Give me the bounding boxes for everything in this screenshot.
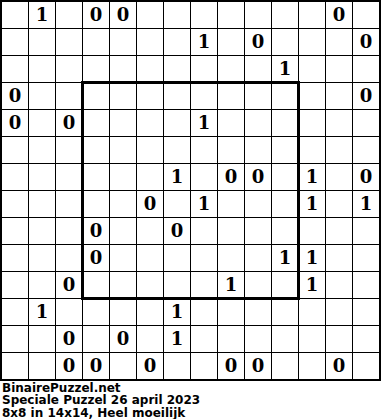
cell-r4c9[interactable] bbox=[218, 83, 244, 109]
cell-r14c11[interactable] bbox=[272, 353, 298, 379]
cell-r7c8[interactable] bbox=[191, 164, 217, 190]
cell-r7c11[interactable] bbox=[272, 164, 298, 190]
cell-r14c12[interactable] bbox=[299, 353, 325, 379]
cell-r4c13[interactable] bbox=[326, 83, 352, 109]
cell-r5c3: 0 bbox=[56, 110, 82, 136]
cell-r6c4[interactable] bbox=[83, 137, 109, 163]
cell-r6c7[interactable] bbox=[164, 137, 190, 163]
cell-r7c13[interactable] bbox=[326, 164, 352, 190]
cell-r2c9[interactable] bbox=[218, 29, 244, 55]
cell-r13c6[interactable] bbox=[137, 326, 163, 352]
cell-r5c12[interactable] bbox=[299, 110, 325, 136]
cell-r7c9: 0 bbox=[218, 164, 244, 190]
cell-r6c13[interactable] bbox=[326, 137, 352, 163]
cell-r4c12[interactable] bbox=[299, 83, 325, 109]
cell-r1c12[interactable] bbox=[299, 2, 325, 28]
cell-r9c1[interactable] bbox=[2, 218, 28, 244]
cell-r13c2[interactable] bbox=[29, 326, 55, 352]
cell-r13c7: 1 bbox=[164, 326, 190, 352]
cell-r8c7[interactable] bbox=[164, 191, 190, 217]
cell-r13c8[interactable] bbox=[191, 326, 217, 352]
cell-r6c2[interactable] bbox=[29, 137, 55, 163]
cell-r1c6[interactable] bbox=[137, 2, 163, 28]
cell-r1c11[interactable] bbox=[272, 2, 298, 28]
cell-r10c2[interactable] bbox=[29, 245, 55, 271]
cell-r13c14[interactable] bbox=[353, 326, 379, 352]
cell-r11c13[interactable] bbox=[326, 272, 352, 298]
cell-r5c6[interactable] bbox=[137, 110, 163, 136]
cell-r10c4: 0 bbox=[83, 245, 109, 271]
cell-r11c8[interactable] bbox=[191, 272, 217, 298]
cell-r2c2[interactable] bbox=[29, 29, 55, 55]
cell-r1c8[interactable] bbox=[191, 2, 217, 28]
cell-r7c7: 1 bbox=[164, 164, 190, 190]
cell-r10c6[interactable] bbox=[137, 245, 163, 271]
cell-r1c1[interactable] bbox=[2, 2, 28, 28]
cell-r1c5: 0 bbox=[110, 2, 136, 28]
cell-r1c7[interactable] bbox=[164, 2, 190, 28]
cell-r8c4[interactable] bbox=[83, 191, 109, 217]
cell-r5c9[interactable] bbox=[218, 110, 244, 136]
cell-r6c12[interactable] bbox=[299, 137, 325, 163]
cell-r4c2[interactable] bbox=[29, 83, 55, 109]
cell-r10c3[interactable] bbox=[56, 245, 82, 271]
cell-r3c6[interactable] bbox=[137, 56, 163, 82]
cell-r11c12: 1 bbox=[299, 272, 325, 298]
cell-r8c6: 0 bbox=[137, 191, 163, 217]
cell-r2c6[interactable] bbox=[137, 29, 163, 55]
cell-r5c7[interactable] bbox=[164, 110, 190, 136]
cell-r1c4: 0 bbox=[83, 2, 109, 28]
cell-r13c12[interactable] bbox=[299, 326, 325, 352]
cell-r6c10[interactable] bbox=[245, 137, 271, 163]
cell-r3c11: 1 bbox=[272, 56, 298, 82]
cell-r8c11[interactable] bbox=[272, 191, 298, 217]
cell-r13c11[interactable] bbox=[272, 326, 298, 352]
cell-r12c10[interactable] bbox=[245, 299, 271, 325]
cell-r4c8[interactable] bbox=[191, 83, 217, 109]
cell-r10c10[interactable] bbox=[245, 245, 271, 271]
cell-r7c12: 1 bbox=[299, 164, 325, 190]
cell-r9c5[interactable] bbox=[110, 218, 136, 244]
cell-r5c2[interactable] bbox=[29, 110, 55, 136]
cell-r6c14[interactable] bbox=[353, 137, 379, 163]
cell-r10c5[interactable] bbox=[110, 245, 136, 271]
cell-r2c5[interactable] bbox=[110, 29, 136, 55]
cell-r8c12: 1 bbox=[299, 191, 325, 217]
cell-r9c3[interactable] bbox=[56, 218, 82, 244]
cell-r11c10[interactable] bbox=[245, 272, 271, 298]
cell-r1c14[interactable] bbox=[353, 2, 379, 28]
cell-r2c11[interactable] bbox=[272, 29, 298, 55]
cell-r7c2[interactable] bbox=[29, 164, 55, 190]
cell-r12c14[interactable] bbox=[353, 299, 379, 325]
cell-r5c8: 1 bbox=[191, 110, 217, 136]
cell-r12c4[interactable] bbox=[83, 299, 109, 325]
cell-r1c2: 1 bbox=[29, 2, 55, 28]
cell-r4c7[interactable] bbox=[164, 83, 190, 109]
cell-r1c9[interactable] bbox=[218, 2, 244, 28]
cell-r11c5[interactable] bbox=[110, 272, 136, 298]
cell-r5c5[interactable] bbox=[110, 110, 136, 136]
cell-r12c5[interactable] bbox=[110, 299, 136, 325]
cell-r10c1[interactable] bbox=[2, 245, 28, 271]
cell-r13c5: 0 bbox=[110, 326, 136, 352]
cell-r2c3[interactable] bbox=[56, 29, 82, 55]
cell-r9c12[interactable] bbox=[299, 218, 325, 244]
cell-r14c13: 0 bbox=[326, 353, 352, 379]
cell-r7c10: 0 bbox=[245, 164, 271, 190]
cell-r2c7[interactable] bbox=[164, 29, 190, 55]
cell-r2c8: 1 bbox=[191, 29, 217, 55]
cell-r7c6[interactable] bbox=[137, 164, 163, 190]
cell-r6c9[interactable] bbox=[218, 137, 244, 163]
cell-r3c9[interactable] bbox=[218, 56, 244, 82]
cell-r14c9: 0 bbox=[218, 353, 244, 379]
cell-r13c10[interactable] bbox=[245, 326, 271, 352]
cell-r14c8[interactable] bbox=[191, 353, 217, 379]
cell-r12c8[interactable] bbox=[191, 299, 217, 325]
cell-r11c9: 1 bbox=[218, 272, 244, 298]
cell-r12c12[interactable] bbox=[299, 299, 325, 325]
cell-r12c7: 1 bbox=[164, 299, 190, 325]
cell-r7c1[interactable] bbox=[2, 164, 28, 190]
cell-r5c1: 0 bbox=[2, 110, 28, 136]
cell-r5c14[interactable] bbox=[353, 110, 379, 136]
cell-r6c5[interactable] bbox=[110, 137, 136, 163]
cell-r4c11[interactable] bbox=[272, 83, 298, 109]
cell-r9c8[interactable] bbox=[191, 218, 217, 244]
cell-r8c2[interactable] bbox=[29, 191, 55, 217]
cell-r12c6[interactable] bbox=[137, 299, 163, 325]
cell-r9c6[interactable] bbox=[137, 218, 163, 244]
cell-r11c2[interactable] bbox=[29, 272, 55, 298]
cell-r1c13: 0 bbox=[326, 2, 352, 28]
cell-r10c13[interactable] bbox=[326, 245, 352, 271]
cell-r2c10: 0 bbox=[245, 29, 271, 55]
cell-r2c14: 0 bbox=[353, 29, 379, 55]
cell-r3c8[interactable] bbox=[191, 56, 217, 82]
cell-r8c14: 1 bbox=[353, 191, 379, 217]
cell-r9c10[interactable] bbox=[245, 218, 271, 244]
cell-r4c1: 0 bbox=[2, 83, 28, 109]
cell-r13c13[interactable] bbox=[326, 326, 352, 352]
cell-r11c7[interactable] bbox=[164, 272, 190, 298]
cell-r12c2: 1 bbox=[29, 299, 55, 325]
cell-r7c4[interactable] bbox=[83, 164, 109, 190]
cell-r13c1[interactable] bbox=[2, 326, 28, 352]
cell-r6c1[interactable] bbox=[2, 137, 28, 163]
cell-r11c6[interactable] bbox=[137, 272, 163, 298]
cell-r4c14: 0 bbox=[353, 83, 379, 109]
cell-r14c5[interactable] bbox=[110, 353, 136, 379]
cell-r3c12[interactable] bbox=[299, 56, 325, 82]
cell-r7c3[interactable] bbox=[56, 164, 82, 190]
cell-r11c14[interactable] bbox=[353, 272, 379, 298]
cell-r10c11: 1 bbox=[272, 245, 298, 271]
cell-r13c4[interactable] bbox=[83, 326, 109, 352]
cell-r4c5[interactable] bbox=[110, 83, 136, 109]
cell-r6c8[interactable] bbox=[191, 137, 217, 163]
cell-r3c5[interactable] bbox=[110, 56, 136, 82]
cell-r14c6: 0 bbox=[137, 353, 163, 379]
cell-r9c14[interactable] bbox=[353, 218, 379, 244]
cell-r7c14: 0 bbox=[353, 164, 379, 190]
cell-r9c4: 0 bbox=[83, 218, 109, 244]
cell-r8c13[interactable] bbox=[326, 191, 352, 217]
cell-r1c3[interactable] bbox=[56, 2, 82, 28]
cell-r14c1[interactable] bbox=[2, 353, 28, 379]
cell-r8c9[interactable] bbox=[218, 191, 244, 217]
cell-r3c3[interactable] bbox=[56, 56, 82, 82]
cell-r9c13[interactable] bbox=[326, 218, 352, 244]
cell-r10c9[interactable] bbox=[218, 245, 244, 271]
cell-r4c6[interactable] bbox=[137, 83, 163, 109]
cell-r13c3: 0 bbox=[56, 326, 82, 352]
cell-r5c13[interactable] bbox=[326, 110, 352, 136]
cell-r2c12[interactable] bbox=[299, 29, 325, 55]
cell-r10c8[interactable] bbox=[191, 245, 217, 271]
cell-r6c11[interactable] bbox=[272, 137, 298, 163]
cell-r10c14[interactable] bbox=[353, 245, 379, 271]
cell-r12c13[interactable] bbox=[326, 299, 352, 325]
puzzle-info: 8x8 in 14x14, Heel moeilijk bbox=[2, 407, 379, 419]
cell-r14c14[interactable] bbox=[353, 353, 379, 379]
cell-r14c3: 0 bbox=[56, 353, 82, 379]
cell-r8c5[interactable] bbox=[110, 191, 136, 217]
cell-r3c14[interactable] bbox=[353, 56, 379, 82]
cell-r11c3: 0 bbox=[56, 272, 82, 298]
cell-r7c5[interactable] bbox=[110, 164, 136, 190]
cell-r3c10[interactable] bbox=[245, 56, 271, 82]
cell-r10c12: 1 bbox=[299, 245, 325, 271]
cell-r2c4[interactable] bbox=[83, 29, 109, 55]
cell-r12c3[interactable] bbox=[56, 299, 82, 325]
cell-r13c9[interactable] bbox=[218, 326, 244, 352]
cell-r9c7: 0 bbox=[164, 218, 190, 244]
cell-r2c13[interactable] bbox=[326, 29, 352, 55]
cell-r14c7[interactable] bbox=[164, 353, 190, 379]
cell-r8c3[interactable] bbox=[56, 191, 82, 217]
cell-r3c7[interactable] bbox=[164, 56, 190, 82]
cell-r14c2[interactable] bbox=[29, 353, 55, 379]
cell-r8c1[interactable] bbox=[2, 191, 28, 217]
cell-r10c7[interactable] bbox=[164, 245, 190, 271]
cell-r4c3[interactable] bbox=[56, 83, 82, 109]
cell-r6c3[interactable] bbox=[56, 137, 82, 163]
cell-r3c4[interactable] bbox=[83, 56, 109, 82]
footer: BinairePuzzel.net Speciale Puzzel 26 apr… bbox=[2, 382, 379, 419]
puzzle-board: 1000100100001100100111000110111100100000… bbox=[0, 0, 381, 381]
cell-r11c4[interactable] bbox=[83, 272, 109, 298]
cell-r9c9[interactable] bbox=[218, 218, 244, 244]
cell-r3c1[interactable] bbox=[2, 56, 28, 82]
cell-r3c2[interactable] bbox=[29, 56, 55, 82]
cell-r8c10[interactable] bbox=[245, 191, 271, 217]
cell-r11c1[interactable] bbox=[2, 272, 28, 298]
cell-r2c1[interactable] bbox=[2, 29, 28, 55]
cell-r4c4[interactable] bbox=[83, 83, 109, 109]
cell-r5c11[interactable] bbox=[272, 110, 298, 136]
cell-r4c10[interactable] bbox=[245, 83, 271, 109]
cell-r12c9[interactable] bbox=[218, 299, 244, 325]
puzzle-subtitle: Speciale Puzzel 26 april 2023 bbox=[2, 394, 379, 406]
cell-r14c4: 0 bbox=[83, 353, 109, 379]
cell-r1c10[interactable] bbox=[245, 2, 271, 28]
cell-r5c4[interactable] bbox=[83, 110, 109, 136]
cell-r8c8: 1 bbox=[191, 191, 217, 217]
cell-r9c11[interactable] bbox=[272, 218, 298, 244]
cell-r14c10: 0 bbox=[245, 353, 271, 379]
cell-r12c11[interactable] bbox=[272, 299, 298, 325]
cell-r5c10[interactable] bbox=[245, 110, 271, 136]
cell-r11c11[interactable] bbox=[272, 272, 298, 298]
cell-r3c13[interactable] bbox=[326, 56, 352, 82]
cell-r9c2[interactable] bbox=[29, 218, 55, 244]
cell-r12c1[interactable] bbox=[2, 299, 28, 325]
binary-puzzle-page: 1000100100001100100111000110111100100000… bbox=[0, 0, 381, 419]
cell-r6c6[interactable] bbox=[137, 137, 163, 163]
